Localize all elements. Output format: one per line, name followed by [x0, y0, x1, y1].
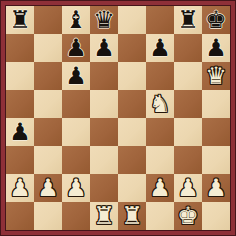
square-b5[interactable] — [34, 90, 62, 118]
white-rook-d1[interactable]: ♜ — [93, 202, 115, 230]
square-d3[interactable] — [90, 146, 118, 174]
square-d4[interactable] — [90, 118, 118, 146]
square-e6[interactable] — [118, 62, 146, 90]
square-f2[interactable]: ♟ — [146, 174, 174, 202]
square-h8[interactable]: ♚ — [202, 6, 230, 34]
square-b1[interactable] — [34, 202, 62, 230]
square-d2[interactable] — [90, 174, 118, 202]
square-f3[interactable] — [146, 146, 174, 174]
square-e5[interactable] — [118, 90, 146, 118]
chess-board-frame: ♜♝♛♜♚♟♟♟♟♟♛♞♟♟♟♟♟♟♟♜♜♚ — [0, 0, 236, 236]
square-a4[interactable]: ♟ — [6, 118, 34, 146]
square-a6[interactable] — [6, 62, 34, 90]
black-pawn-c7[interactable]: ♟ — [65, 34, 87, 62]
square-c8[interactable]: ♝ — [62, 6, 90, 34]
square-b2[interactable]: ♟ — [34, 174, 62, 202]
white-queen-h6[interactable]: ♛ — [205, 62, 227, 90]
square-c6[interactable]: ♟ — [62, 62, 90, 90]
white-knight-f5[interactable]: ♞ — [149, 90, 171, 118]
square-e7[interactable] — [118, 34, 146, 62]
square-h7[interactable]: ♟ — [202, 34, 230, 62]
square-f1[interactable] — [146, 202, 174, 230]
chess-board: ♜♝♛♜♚♟♟♟♟♟♛♞♟♟♟♟♟♟♟♜♜♚ — [5, 5, 231, 231]
square-c7[interactable]: ♟ — [62, 34, 90, 62]
square-c4[interactable] — [62, 118, 90, 146]
square-h4[interactable] — [202, 118, 230, 146]
black-rook-g8[interactable]: ♜ — [177, 6, 199, 34]
black-pawn-c6[interactable]: ♟ — [65, 62, 87, 90]
square-h1[interactable] — [202, 202, 230, 230]
square-h2[interactable]: ♟ — [202, 174, 230, 202]
black-pawn-d7[interactable]: ♟ — [93, 34, 115, 62]
square-h6[interactable]: ♛ — [202, 62, 230, 90]
black-pawn-f7[interactable]: ♟ — [149, 34, 171, 62]
square-g2[interactable]: ♟ — [174, 174, 202, 202]
square-e1[interactable]: ♜ — [118, 202, 146, 230]
square-a8[interactable]: ♜ — [6, 6, 34, 34]
black-pawn-a4[interactable]: ♟ — [9, 118, 31, 146]
square-g7[interactable] — [174, 34, 202, 62]
square-h5[interactable] — [202, 90, 230, 118]
square-a2[interactable]: ♟ — [6, 174, 34, 202]
square-g5[interactable] — [174, 90, 202, 118]
white-pawn-g2[interactable]: ♟ — [177, 174, 199, 202]
square-a5[interactable] — [6, 90, 34, 118]
square-d7[interactable]: ♟ — [90, 34, 118, 62]
square-f6[interactable] — [146, 62, 174, 90]
square-g1[interactable]: ♚ — [174, 202, 202, 230]
square-c2[interactable]: ♟ — [62, 174, 90, 202]
black-king-h8[interactable]: ♚ — [205, 6, 227, 34]
square-e2[interactable] — [118, 174, 146, 202]
square-b8[interactable] — [34, 6, 62, 34]
square-f5[interactable]: ♞ — [146, 90, 174, 118]
black-queen-d8[interactable]: ♛ — [93, 6, 115, 34]
square-h3[interactable] — [202, 146, 230, 174]
black-pawn-h7[interactable]: ♟ — [205, 34, 227, 62]
square-e4[interactable] — [118, 118, 146, 146]
square-c1[interactable] — [62, 202, 90, 230]
white-pawn-c2[interactable]: ♟ — [65, 174, 87, 202]
square-a7[interactable] — [6, 34, 34, 62]
square-g4[interactable] — [174, 118, 202, 146]
black-bishop-c8[interactable]: ♝ — [65, 6, 87, 34]
square-d5[interactable] — [90, 90, 118, 118]
square-b6[interactable] — [34, 62, 62, 90]
white-pawn-a2[interactable]: ♟ — [9, 174, 31, 202]
square-e8[interactable] — [118, 6, 146, 34]
square-d8[interactable]: ♛ — [90, 6, 118, 34]
square-b3[interactable] — [34, 146, 62, 174]
square-e3[interactable] — [118, 146, 146, 174]
square-d6[interactable] — [90, 62, 118, 90]
square-b7[interactable] — [34, 34, 62, 62]
square-g6[interactable] — [174, 62, 202, 90]
square-b4[interactable] — [34, 118, 62, 146]
white-king-g1[interactable]: ♚ — [177, 202, 199, 230]
square-g8[interactable]: ♜ — [174, 6, 202, 34]
square-c3[interactable] — [62, 146, 90, 174]
square-g3[interactable] — [174, 146, 202, 174]
white-rook-e1[interactable]: ♜ — [121, 202, 143, 230]
square-f7[interactable]: ♟ — [146, 34, 174, 62]
square-a1[interactable] — [6, 202, 34, 230]
white-pawn-f2[interactable]: ♟ — [149, 174, 171, 202]
square-d1[interactable]: ♜ — [90, 202, 118, 230]
white-pawn-h2[interactable]: ♟ — [205, 174, 227, 202]
square-a3[interactable] — [6, 146, 34, 174]
square-f8[interactable] — [146, 6, 174, 34]
square-f4[interactable] — [146, 118, 174, 146]
square-c5[interactable] — [62, 90, 90, 118]
black-rook-a8[interactable]: ♜ — [9, 6, 31, 34]
white-pawn-b2[interactable]: ♟ — [37, 174, 59, 202]
